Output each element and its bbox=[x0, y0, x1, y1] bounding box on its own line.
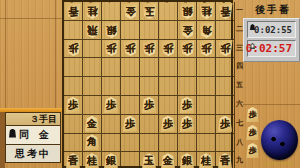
square-3-6[interactable]: 歩 bbox=[178, 96, 197, 115]
shogi-piece-歩: 歩 bbox=[104, 97, 119, 113]
captured-pieces-tray: 歩歩歩 bbox=[246, 107, 261, 161]
shogi-piece-香: 香 bbox=[218, 153, 233, 168]
shogi-piece-銀: 銀 bbox=[180, 153, 195, 168]
square-2-4[interactable] bbox=[197, 58, 216, 77]
move-info-card: ３手目 同 金 思考中 bbox=[5, 112, 61, 163]
clock-bottom: 0:02:57 bbox=[247, 40, 296, 57]
shogi-piece-金: 金 bbox=[180, 22, 195, 38]
shogi-piece-桂: 桂 bbox=[199, 3, 214, 19]
shogi-piece-玉: 玉 bbox=[142, 3, 157, 19]
rank-label: 六 bbox=[234, 99, 245, 109]
square-4-9[interactable]: 金 bbox=[159, 152, 178, 168]
shogi-piece-歩: 歩 bbox=[142, 40, 157, 56]
square-1-9[interactable]: 香 bbox=[216, 152, 235, 168]
square-5-3[interactable]: 歩 bbox=[140, 40, 159, 59]
shogi-piece-歩: 歩 bbox=[199, 40, 214, 56]
file-label: 4 bbox=[157, 0, 176, 4]
square-4-6[interactable] bbox=[159, 96, 178, 115]
shogi-piece-歩: 歩 bbox=[218, 40, 233, 56]
board-grid: 香桂金玉銀桂香飛銀金角歩歩歩歩歩歩歩歩歩歩歩歩金歩歩歩歩角香桂銀玉金銀桂香 bbox=[62, 0, 233, 168]
square-8-4[interactable] bbox=[83, 58, 102, 77]
rank-label: 九 bbox=[234, 155, 245, 165]
tray-piece-歩[interactable]: 歩 bbox=[246, 125, 259, 140]
square-9-6[interactable]: 歩 bbox=[64, 96, 83, 115]
square-4-8[interactable] bbox=[159, 134, 178, 153]
square-5-5[interactable] bbox=[140, 77, 159, 96]
move-number: ３手目 bbox=[6, 113, 60, 125]
plank-groove bbox=[55, 0, 56, 108]
file-label: 3 bbox=[176, 0, 195, 4]
square-4-2[interactable] bbox=[159, 21, 178, 40]
square-5-2[interactable] bbox=[140, 21, 159, 40]
brand-text: JUSTSYSTEM bbox=[256, 161, 300, 166]
square-9-5[interactable] bbox=[64, 77, 83, 96]
square-2-7[interactable] bbox=[197, 115, 216, 134]
square-2-1[interactable]: 桂 bbox=[197, 2, 216, 21]
shogi-piece-香: 香 bbox=[218, 3, 233, 19]
shogi-piece-飛: 飛 bbox=[85, 22, 100, 38]
clock-top-time: 0:02:55 bbox=[254, 25, 292, 35]
square-6-7[interactable]: 歩 bbox=[121, 115, 140, 134]
square-9-8[interactable] bbox=[64, 134, 83, 153]
square-1-1[interactable]: 香 bbox=[216, 2, 235, 21]
square-4-4[interactable] bbox=[159, 58, 178, 77]
square-9-1[interactable]: 香 bbox=[64, 2, 83, 21]
shogi-piece-歩: 歩 bbox=[66, 40, 81, 56]
file-label: 5 bbox=[138, 0, 157, 4]
square-4-5[interactable] bbox=[159, 77, 178, 96]
clock-panel: 0:02:55 0:02:57 bbox=[243, 18, 300, 62]
rank-label: 七 bbox=[234, 118, 245, 128]
square-5-7[interactable] bbox=[140, 115, 159, 134]
square-7-7[interactable] bbox=[102, 115, 121, 134]
square-3-9[interactable]: 銀 bbox=[178, 152, 197, 168]
turn-banner: 後手番 bbox=[246, 3, 300, 17]
square-2-9[interactable]: 桂 bbox=[197, 152, 216, 168]
square-4-3[interactable]: 歩 bbox=[159, 40, 178, 59]
square-1-3[interactable]: 歩 bbox=[216, 40, 235, 59]
tray-piece-歩[interactable]: 歩 bbox=[246, 143, 259, 158]
square-6-1[interactable]: 金 bbox=[121, 2, 140, 21]
shogi-piece-金: 金 bbox=[123, 3, 138, 19]
square-2-2[interactable]: 角 bbox=[197, 21, 216, 40]
shogi-piece-歩: 歩 bbox=[123, 116, 138, 132]
square-8-7[interactable]: 金 bbox=[83, 115, 102, 134]
square-6-2[interactable] bbox=[121, 21, 140, 40]
shogi-piece-歩: 歩 bbox=[142, 97, 157, 113]
square-8-6[interactable] bbox=[83, 96, 102, 115]
square-9-4[interactable] bbox=[64, 58, 83, 77]
file-label: 1 bbox=[214, 0, 233, 4]
square-3-5[interactable] bbox=[178, 77, 197, 96]
square-8-3[interactable] bbox=[83, 40, 102, 59]
square-5-4[interactable] bbox=[140, 58, 159, 77]
last-move-text: 同 金 bbox=[19, 128, 49, 142]
plank-groove bbox=[5, 0, 6, 108]
square-8-2[interactable]: 飛 bbox=[83, 21, 102, 40]
rank-label: 八 bbox=[234, 137, 245, 147]
shogi-piece-香: 香 bbox=[66, 3, 81, 19]
last-move-display: 同 金 bbox=[6, 125, 60, 145]
square-8-5[interactable] bbox=[83, 77, 102, 96]
square-7-3[interactable]: 歩 bbox=[102, 40, 121, 59]
shogi-piece-桂: 桂 bbox=[199, 153, 214, 168]
square-3-7[interactable]: 歩 bbox=[178, 115, 197, 134]
square-9-2[interactable] bbox=[64, 21, 83, 40]
square-5-1[interactable]: 玉 bbox=[140, 2, 159, 21]
square-1-2[interactable] bbox=[216, 21, 235, 40]
rank-label: 一 bbox=[234, 5, 245, 15]
file-label: 9 bbox=[62, 0, 81, 4]
square-9-3[interactable]: 歩 bbox=[64, 40, 83, 59]
thinking-status: 思考中 bbox=[6, 145, 60, 162]
sente-piece-icon bbox=[9, 129, 16, 138]
file-label: 2 bbox=[195, 0, 214, 4]
tray-piece-歩[interactable]: 歩 bbox=[246, 107, 259, 122]
trackball[interactable] bbox=[261, 120, 298, 160]
shogi-piece-歩: 歩 bbox=[123, 40, 138, 56]
shogi-piece-金: 金 bbox=[161, 153, 176, 168]
shogi-piece-歩: 歩 bbox=[161, 40, 176, 56]
shogi-piece-歩: 歩 bbox=[161, 116, 176, 132]
rank-label: 四 bbox=[234, 61, 245, 71]
plank-groove bbox=[0, 18, 62, 19]
shogi-piece-歩: 歩 bbox=[218, 116, 233, 132]
square-6-6[interactable] bbox=[121, 96, 140, 115]
shogi-piece-桂: 桂 bbox=[85, 153, 100, 168]
shogi-piece-歩: 歩 bbox=[104, 40, 119, 56]
square-4-1[interactable] bbox=[159, 2, 178, 21]
square-8-8[interactable]: 角 bbox=[83, 134, 102, 153]
shogi-piece-歩: 歩 bbox=[180, 116, 195, 132]
square-7-6[interactable]: 歩 bbox=[102, 96, 121, 115]
shogi-piece-歩: 歩 bbox=[180, 40, 195, 56]
square-5-8[interactable] bbox=[140, 134, 159, 153]
square-7-9[interactable]: 銀 bbox=[102, 152, 121, 168]
plank-groove bbox=[243, 104, 300, 105]
shogi-game-screen: 香桂金玉銀桂香飛銀金角歩歩歩歩歩歩歩歩歩歩歩歩金歩歩歩歩角香桂銀玉金銀桂香 98… bbox=[0, 0, 300, 168]
square-7-2[interactable]: 銀 bbox=[102, 21, 121, 40]
square-2-6[interactable] bbox=[197, 96, 216, 115]
square-2-3[interactable]: 歩 bbox=[197, 40, 216, 59]
square-1-6[interactable] bbox=[216, 96, 235, 115]
square-8-1[interactable]: 桂 bbox=[83, 2, 102, 21]
square-6-8[interactable] bbox=[121, 134, 140, 153]
square-3-3[interactable]: 歩 bbox=[178, 40, 197, 59]
square-5-6[interactable]: 歩 bbox=[140, 96, 159, 115]
square-7-1[interactable] bbox=[102, 2, 121, 21]
square-3-4[interactable] bbox=[178, 58, 197, 77]
shogi-piece-玉: 玉 bbox=[142, 153, 157, 168]
rank-label: 五 bbox=[234, 80, 245, 90]
square-7-4[interactable] bbox=[102, 58, 121, 77]
clock-top: 0:02:55 bbox=[247, 21, 296, 38]
shogi-piece-角: 角 bbox=[85, 134, 100, 150]
square-6-9[interactable] bbox=[121, 152, 140, 168]
shogi-piece-香: 香 bbox=[66, 153, 81, 168]
square-2-8[interactable] bbox=[197, 134, 216, 153]
file-labels: 987654321 bbox=[62, 0, 233, 4]
square-1-5[interactable] bbox=[216, 77, 235, 96]
square-6-5[interactable] bbox=[121, 77, 140, 96]
square-9-7[interactable] bbox=[64, 115, 83, 134]
square-8-9[interactable]: 桂 bbox=[83, 152, 102, 168]
square-5-9[interactable]: 玉 bbox=[140, 152, 159, 168]
shogi-piece-銀: 銀 bbox=[104, 153, 119, 168]
square-1-8[interactable] bbox=[216, 134, 235, 153]
square-7-8[interactable] bbox=[102, 134, 121, 153]
square-9-9[interactable]: 香 bbox=[64, 152, 83, 168]
file-label: 8 bbox=[81, 0, 100, 4]
square-1-7[interactable]: 歩 bbox=[216, 115, 235, 134]
square-6-4[interactable] bbox=[121, 58, 140, 77]
square-2-5[interactable] bbox=[197, 77, 216, 96]
file-label: 6 bbox=[119, 0, 138, 4]
shogi-piece-歩: 歩 bbox=[180, 97, 195, 113]
square-3-1[interactable]: 銀 bbox=[178, 2, 197, 21]
file-label: 7 bbox=[100, 0, 119, 4]
shogi-piece-歩: 歩 bbox=[66, 97, 81, 113]
square-3-8[interactable] bbox=[178, 134, 197, 153]
square-3-2[interactable]: 金 bbox=[178, 21, 197, 40]
square-4-7[interactable]: 歩 bbox=[159, 115, 178, 134]
shogi-piece-桂: 桂 bbox=[85, 3, 100, 19]
square-7-5[interactable] bbox=[102, 77, 121, 96]
square-6-3[interactable]: 歩 bbox=[121, 40, 140, 59]
square-1-4[interactable] bbox=[216, 58, 235, 77]
shogi-piece-銀: 銀 bbox=[104, 22, 119, 38]
shogi-piece-銀: 銀 bbox=[180, 3, 195, 19]
shogi-piece-金: 金 bbox=[85, 116, 100, 132]
shogi-piece-角: 角 bbox=[199, 22, 214, 38]
